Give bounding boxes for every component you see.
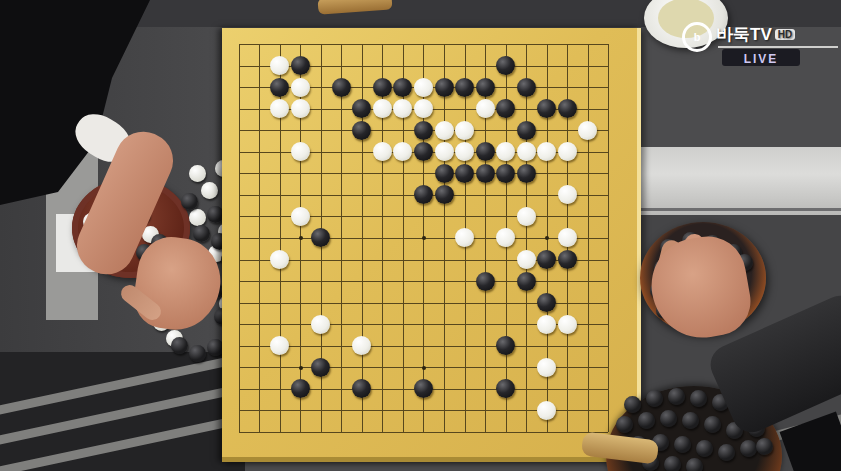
- black-stone[interactable]: [352, 121, 371, 140]
- white-stone[interactable]: [270, 56, 289, 75]
- black-stone[interactable]: [435, 164, 454, 183]
- bowl-black-stone: [646, 390, 663, 407]
- channel-branding: b 바둑TVHD LIVE: [682, 18, 838, 64]
- black-stone[interactable]: [414, 185, 433, 204]
- black-stone[interactable]: [291, 379, 310, 398]
- grid-line-vertical: [526, 44, 527, 432]
- black-stone[interactable]: [537, 250, 556, 269]
- badge-divider: [718, 46, 838, 48]
- black-stone[interactable]: [517, 164, 536, 183]
- grid-line-horizontal: [239, 346, 609, 347]
- white-stone[interactable]: [558, 142, 577, 161]
- star-point: [299, 236, 303, 240]
- bowl-black-stone: [664, 456, 681, 471]
- star-point: [422, 366, 426, 370]
- black-stone[interactable]: [373, 78, 392, 97]
- black-stone[interactable]: [270, 78, 289, 97]
- white-stone[interactable]: [455, 142, 474, 161]
- black-stone[interactable]: [414, 121, 433, 140]
- black-stone[interactable]: [517, 121, 536, 140]
- star-point: [545, 236, 549, 240]
- white-stone[interactable]: [537, 401, 556, 420]
- bowl-black-stone: [690, 390, 707, 407]
- grid-line-vertical: [444, 44, 445, 432]
- bowl-black-stone: [718, 444, 735, 461]
- bowl-black-stone: [674, 436, 691, 453]
- white-stone[interactable]: [291, 78, 310, 97]
- black-stone[interactable]: [435, 185, 454, 204]
- white-stone[interactable]: [537, 358, 556, 377]
- channel-logo-text: 바둑TVHD: [716, 23, 795, 46]
- white-stone[interactable]: [496, 228, 515, 247]
- white-stone[interactable]: [517, 250, 536, 269]
- white-stone[interactable]: [270, 99, 289, 118]
- table-band-edge: [610, 208, 841, 211]
- black-stone[interactable]: [414, 142, 433, 161]
- hd-badge: HD: [775, 29, 795, 40]
- white-stone[interactable]: [393, 99, 412, 118]
- black-stone[interactable]: [476, 272, 495, 291]
- white-stone[interactable]: [352, 336, 371, 355]
- white-stone[interactable]: [435, 121, 454, 140]
- grid-line-vertical: [608, 44, 609, 432]
- bowl-black-stone: [756, 438, 773, 455]
- go-board[interactable]: [222, 28, 641, 462]
- table-light-band: [610, 147, 841, 215]
- white-stone[interactable]: [373, 99, 392, 118]
- white-stone[interactable]: [455, 228, 474, 247]
- white-stone[interactable]: [291, 207, 310, 226]
- bowl-black-stone: [624, 396, 641, 413]
- bowl-black-stone: [686, 458, 703, 471]
- black-stone[interactable]: [558, 99, 577, 118]
- black-stone[interactable]: [414, 379, 433, 398]
- star-point: [299, 366, 303, 370]
- bowl-black-stone: [696, 440, 713, 457]
- white-stone[interactable]: [414, 78, 433, 97]
- channel-logo-icon: b: [682, 22, 712, 52]
- bowl-black-stone: [740, 440, 757, 457]
- black-stone[interactable]: [496, 379, 515, 398]
- black-stone[interactable]: [496, 99, 515, 118]
- white-stone[interactable]: [537, 142, 556, 161]
- grid-line-vertical: [588, 44, 589, 432]
- black-stone[interactable]: [455, 78, 474, 97]
- bowl-black-stone: [638, 412, 655, 429]
- white-stone[interactable]: [558, 228, 577, 247]
- captured-black-stone: [181, 193, 198, 210]
- captured-white-stone: [201, 182, 218, 199]
- black-stone[interactable]: [496, 56, 515, 75]
- bowl-black-stone: [660, 410, 677, 427]
- black-stone[interactable]: [311, 358, 330, 377]
- black-stone[interactable]: [476, 142, 495, 161]
- captured-white-stone: [189, 165, 206, 182]
- captured-black-stone: [193, 225, 210, 242]
- black-stone[interactable]: [517, 78, 536, 97]
- white-stone[interactable]: [291, 99, 310, 118]
- board-edge-shadow: [222, 457, 641, 462]
- white-stone[interactable]: [558, 315, 577, 334]
- white-stone[interactable]: [537, 315, 556, 334]
- black-stone[interactable]: [352, 379, 371, 398]
- white-stone[interactable]: [414, 99, 433, 118]
- white-stone[interactable]: [291, 142, 310, 161]
- captured-black-stone: [171, 337, 188, 354]
- white-stone[interactable]: [517, 142, 536, 161]
- white-stone[interactable]: [476, 99, 495, 118]
- black-stone[interactable]: [476, 164, 495, 183]
- bowl-black-stone: [682, 412, 699, 429]
- black-stone[interactable]: [476, 78, 495, 97]
- black-stone[interactable]: [496, 336, 515, 355]
- bowl-black-stone: [704, 416, 721, 433]
- black-stone[interactable]: [435, 78, 454, 97]
- black-stone[interactable]: [558, 250, 577, 269]
- live-badge: LIVE: [722, 49, 800, 66]
- black-stone[interactable]: [393, 78, 412, 97]
- white-stone[interactable]: [455, 121, 474, 140]
- white-stone[interactable]: [393, 142, 412, 161]
- white-stone[interactable]: [435, 142, 454, 161]
- white-stone[interactable]: [578, 121, 597, 140]
- broadcast-frame: b 바둑TVHD LIVE: [0, 0, 841, 471]
- grid-line-horizontal: [239, 281, 609, 282]
- white-stone[interactable]: [517, 207, 536, 226]
- white-stone[interactable]: [558, 185, 577, 204]
- bowl-black-stone: [668, 388, 685, 405]
- captured-black-stone: [189, 345, 206, 362]
- black-stone[interactable]: [517, 272, 536, 291]
- black-stone[interactable]: [537, 293, 556, 312]
- white-stone[interactable]: [496, 142, 515, 161]
- white-stone[interactable]: [311, 315, 330, 334]
- grid-line-horizontal: [239, 432, 609, 433]
- black-stone[interactable]: [352, 99, 371, 118]
- captured-white-stone: [189, 209, 206, 226]
- black-stone[interactable]: [332, 78, 351, 97]
- bowl-black-stone: [616, 416, 633, 433]
- black-stone[interactable]: [291, 56, 310, 75]
- white-stone[interactable]: [373, 142, 392, 161]
- star-point: [422, 236, 426, 240]
- white-stone[interactable]: [270, 336, 289, 355]
- black-stone[interactable]: [537, 99, 556, 118]
- black-stone[interactable]: [455, 164, 474, 183]
- black-stone[interactable]: [311, 228, 330, 247]
- white-stone[interactable]: [270, 250, 289, 269]
- black-stone[interactable]: [496, 164, 515, 183]
